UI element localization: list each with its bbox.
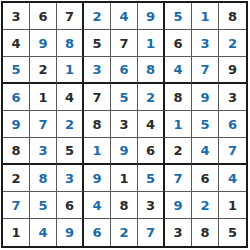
cell-r6c7[interactable]: 2 bbox=[165, 138, 192, 165]
cell-r8c6[interactable]: 3 bbox=[138, 192, 165, 219]
cell-r1c7[interactable]: 5 bbox=[165, 3, 192, 30]
cell-r2c1[interactable]: 4 bbox=[3, 30, 30, 57]
cell-r9c2[interactable]: 4 bbox=[30, 219, 57, 246]
cell-r2c7[interactable]: 6 bbox=[165, 30, 192, 57]
cell-r9c9[interactable]: 5 bbox=[219, 219, 246, 246]
cell-r6c9[interactable]: 7 bbox=[219, 138, 246, 165]
cell-r5c4[interactable]: 8 bbox=[84, 111, 111, 138]
cell-r7c2[interactable]: 8 bbox=[30, 165, 57, 192]
cell-r4c4[interactable]: 7 bbox=[84, 84, 111, 111]
cell-r8c9[interactable]: 1 bbox=[219, 192, 246, 219]
cell-r9c3[interactable]: 9 bbox=[57, 219, 84, 246]
cell-r5c3[interactable]: 2 bbox=[57, 111, 84, 138]
cell-r7c4[interactable]: 9 bbox=[84, 165, 111, 192]
cell-r6c1[interactable]: 8 bbox=[3, 138, 30, 165]
cell-r5c1[interactable]: 9 bbox=[3, 111, 30, 138]
cell-r7c8[interactable]: 6 bbox=[192, 165, 219, 192]
cell-r4c5[interactable]: 5 bbox=[111, 84, 138, 111]
cell-r8c3[interactable]: 6 bbox=[57, 192, 84, 219]
cell-r2c9[interactable]: 2 bbox=[219, 30, 246, 57]
cell-r8c4[interactable]: 4 bbox=[84, 192, 111, 219]
cell-r4c2[interactable]: 1 bbox=[30, 84, 57, 111]
cell-r6c5[interactable]: 9 bbox=[111, 138, 138, 165]
cell-r6c6[interactable]: 6 bbox=[138, 138, 165, 165]
cell-r3c9[interactable]: 9 bbox=[219, 57, 246, 84]
cell-r4c7[interactable]: 8 bbox=[165, 84, 192, 111]
cell-r2c8[interactable]: 3 bbox=[192, 30, 219, 57]
cell-r9c5[interactable]: 2 bbox=[111, 219, 138, 246]
cell-r9c1[interactable]: 1 bbox=[3, 219, 30, 246]
cell-r3c6[interactable]: 8 bbox=[138, 57, 165, 84]
cell-r2c4[interactable]: 5 bbox=[84, 30, 111, 57]
cell-r6c2[interactable]: 3 bbox=[30, 138, 57, 165]
cell-r2c5[interactable]: 7 bbox=[111, 30, 138, 57]
cell-r3c3[interactable]: 1 bbox=[57, 57, 84, 84]
cell-r7c9[interactable]: 4 bbox=[219, 165, 246, 192]
cell-r1c2[interactable]: 6 bbox=[30, 3, 57, 30]
cell-r7c5[interactable]: 1 bbox=[111, 165, 138, 192]
cell-r5c7[interactable]: 1 bbox=[165, 111, 192, 138]
cell-r4c3[interactable]: 4 bbox=[57, 84, 84, 111]
cell-r4c9[interactable]: 3 bbox=[219, 84, 246, 111]
cell-r5c8[interactable]: 5 bbox=[192, 111, 219, 138]
cell-r3c1[interactable]: 5 bbox=[3, 57, 30, 84]
cell-r4c1[interactable]: 6 bbox=[3, 84, 30, 111]
cell-r3c4[interactable]: 3 bbox=[84, 57, 111, 84]
cell-r9c4[interactable]: 6 bbox=[84, 219, 111, 246]
cell-r1c8[interactable]: 1 bbox=[192, 3, 219, 30]
cell-r3c7[interactable]: 4 bbox=[165, 57, 192, 84]
cell-r8c7[interactable]: 9 bbox=[165, 192, 192, 219]
cell-r4c8[interactable]: 9 bbox=[192, 84, 219, 111]
cell-r7c6[interactable]: 5 bbox=[138, 165, 165, 192]
cell-r1c6[interactable]: 9 bbox=[138, 3, 165, 30]
cell-r2c2[interactable]: 9 bbox=[30, 30, 57, 57]
cell-r6c4[interactable]: 1 bbox=[84, 138, 111, 165]
cell-r1c3[interactable]: 7 bbox=[57, 3, 84, 30]
cell-r3c5[interactable]: 6 bbox=[111, 57, 138, 84]
cell-r7c3[interactable]: 3 bbox=[57, 165, 84, 192]
cell-r1c9[interactable]: 8 bbox=[219, 3, 246, 30]
cell-r9c6[interactable]: 7 bbox=[138, 219, 165, 246]
cell-r8c2[interactable]: 5 bbox=[30, 192, 57, 219]
cell-r1c5[interactable]: 4 bbox=[111, 3, 138, 30]
cell-r8c8[interactable]: 2 bbox=[192, 192, 219, 219]
cell-r9c7[interactable]: 3 bbox=[165, 219, 192, 246]
cell-r2c3[interactable]: 8 bbox=[57, 30, 84, 57]
sudoku-board: 3672495184985716325213684796147528939728… bbox=[1, 1, 248, 248]
cell-r5c2[interactable]: 7 bbox=[30, 111, 57, 138]
cell-r5c9[interactable]: 6 bbox=[219, 111, 246, 138]
cell-r4c6[interactable]: 2 bbox=[138, 84, 165, 111]
cell-r6c8[interactable]: 4 bbox=[192, 138, 219, 165]
cell-r5c5[interactable]: 3 bbox=[111, 111, 138, 138]
cell-r5c6[interactable]: 4 bbox=[138, 111, 165, 138]
cell-r1c4[interactable]: 2 bbox=[84, 3, 111, 30]
cell-r8c1[interactable]: 7 bbox=[3, 192, 30, 219]
cell-r3c2[interactable]: 2 bbox=[30, 57, 57, 84]
cell-r3c8[interactable]: 7 bbox=[192, 57, 219, 84]
cell-r1c1[interactable]: 3 bbox=[3, 3, 30, 30]
cell-r9c8[interactable]: 8 bbox=[192, 219, 219, 246]
cell-r8c5[interactable]: 8 bbox=[111, 192, 138, 219]
cell-r7c7[interactable]: 7 bbox=[165, 165, 192, 192]
cell-r6c3[interactable]: 5 bbox=[57, 138, 84, 165]
cell-r7c1[interactable]: 2 bbox=[3, 165, 30, 192]
cell-r2c6[interactable]: 1 bbox=[138, 30, 165, 57]
